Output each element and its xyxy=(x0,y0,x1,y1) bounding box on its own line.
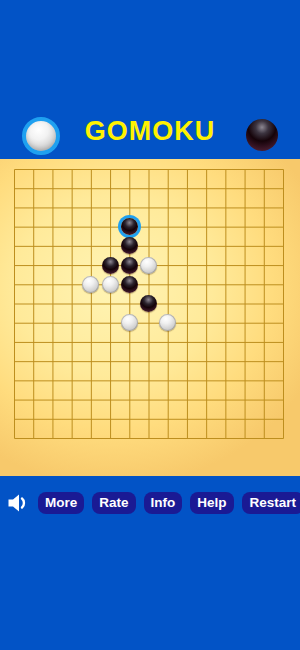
board-stone-black xyxy=(121,218,138,235)
board-stone-black xyxy=(121,257,138,274)
board-stone-white xyxy=(159,314,176,331)
board-stone-black xyxy=(121,276,138,293)
gomoku-board[interactable] xyxy=(0,159,300,476)
black-player-stone xyxy=(246,119,278,151)
board-stone-white xyxy=(82,276,99,293)
restart-button[interactable]: Restart xyxy=(242,492,300,514)
board-stone-white xyxy=(121,314,138,331)
board-stone-black xyxy=(121,237,138,254)
board-stone-white xyxy=(102,276,119,293)
rate-button[interactable]: Rate xyxy=(92,492,135,514)
board-stones-layer xyxy=(4,159,292,447)
more-button[interactable]: More xyxy=(38,492,84,514)
info-button[interactable]: Info xyxy=(144,492,183,514)
speaker-icon-glyph xyxy=(6,491,30,515)
header: GOMOKU xyxy=(0,0,300,159)
board-stone-white xyxy=(140,257,157,274)
toolbar: More Rate Info Help Restart xyxy=(0,491,300,515)
speaker-icon[interactable] xyxy=(6,491,30,515)
board-stone-black xyxy=(140,295,157,312)
app-screen: GOMOKU More Rate Info Help Restart xyxy=(0,0,300,650)
board-stone-black xyxy=(102,257,119,274)
help-button[interactable]: Help xyxy=(190,492,233,514)
